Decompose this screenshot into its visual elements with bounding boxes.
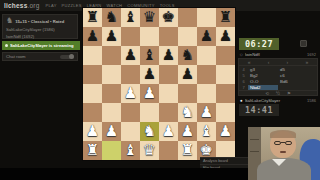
- move-white-7[interactable]: Nbd2: [248, 85, 278, 90]
- white-pawn-g3: ♟: [197, 103, 216, 122]
- white-clock: 14:41: [239, 104, 279, 116]
- white-player-rating: 1586: [307, 98, 316, 103]
- move-actions-bar: ⟲½⚑: [239, 90, 317, 96]
- square-e2[interactable]: ♟: [159, 122, 178, 141]
- black-player-row: ● IwinNdfl 1692: [238, 51, 318, 57]
- square-g2[interactable]: ♝: [197, 122, 216, 141]
- move-number: 7: [239, 85, 248, 90]
- move-black-6[interactable]: Bd6: [278, 79, 308, 84]
- chat-toggle[interactable]: [60, 55, 74, 59]
- square-g4[interactable]: [197, 84, 216, 103]
- square-c6[interactable]: ♟: [121, 46, 140, 65]
- black-pawn-c6: ♟: [121, 46, 140, 65]
- square-b5[interactable]: [102, 65, 121, 84]
- draw-offer-icon[interactable]: ½: [276, 91, 280, 96]
- square-d4[interactable]: ♟: [140, 84, 159, 103]
- black-player-name[interactable]: IwinNdfl: [245, 52, 305, 57]
- white-knight-f3: ♞: [178, 103, 197, 122]
- square-c7[interactable]: [121, 27, 140, 46]
- square-e6[interactable]: ♟: [159, 46, 178, 65]
- black-color-icon: ●: [240, 52, 243, 57]
- move-number: 5: [239, 73, 248, 78]
- move-number: 4: [239, 67, 248, 72]
- black-rook-h8: ♜: [216, 8, 235, 27]
- white-pawn-h2: ♟: [216, 122, 235, 141]
- square-f6[interactable]: ♞: [178, 46, 197, 65]
- square-a4[interactable]: [83, 84, 102, 103]
- black-player-rating: 1692: [307, 52, 316, 57]
- black-rook-a8: ♜: [83, 8, 102, 27]
- clock-settings-icon[interactable]: [300, 40, 307, 47]
- lichess-logo[interactable]: lichess.org: [4, 2, 39, 9]
- move-row-6: 6O-OBd6: [239, 78, 317, 84]
- square-h6[interactable]: [216, 46, 235, 65]
- black-pawn-a7: ♟: [83, 27, 102, 46]
- resign-icon[interactable]: ⚑: [287, 91, 291, 96]
- move-white-5[interactable]: Bg2: [248, 73, 278, 78]
- square-c3[interactable]: [121, 103, 140, 122]
- square-d6[interactable]: ♝: [140, 46, 159, 65]
- black-king-e8: ♚: [159, 8, 178, 27]
- nav-item-play[interactable]: Play: [45, 3, 56, 8]
- square-a2[interactable]: ♟: [83, 122, 102, 141]
- black-bishop-d6: ♝: [140, 46, 159, 65]
- black-knight-b8: ♞: [102, 8, 121, 27]
- square-g3[interactable]: ♟: [197, 103, 216, 122]
- stream-banner-text: SaltLakeCitySlayer is streaming: [10, 43, 74, 48]
- square-f4[interactable]: [178, 84, 197, 103]
- black-bishop-c8: ♝: [121, 8, 140, 27]
- square-f5[interactable]: ♟: [178, 65, 197, 84]
- square-b1[interactable]: [102, 141, 121, 160]
- game-info-box: ♞ 15+15 • Classical • Rated SaltLakeCity…: [2, 14, 78, 39]
- square-b8[interactable]: ♞: [102, 8, 121, 27]
- underboard-label: Analysis board: [203, 159, 228, 163]
- black-pawn-d5: ♟: [140, 65, 159, 84]
- black-pawn-g7: ♟: [197, 27, 216, 46]
- bottom-strip: [0, 168, 248, 180]
- square-h4[interactable]: [216, 84, 235, 103]
- square-d8[interactable]: ♛: [140, 8, 159, 27]
- move-white-6[interactable]: O-O: [248, 79, 278, 84]
- white-bishop-g2: ♝: [197, 122, 216, 141]
- square-a8[interactable]: ♜: [83, 8, 102, 27]
- white-pawn-a2: ♟: [83, 122, 102, 141]
- square-h2[interactable]: ♟: [216, 122, 235, 141]
- white-pawn-d4: ♟: [140, 84, 159, 103]
- knight-icon: ♞: [6, 17, 13, 25]
- square-b7[interactable]: ♟: [102, 27, 121, 46]
- black-pawn-f5: ♟: [178, 65, 197, 84]
- square-b4[interactable]: [102, 84, 121, 103]
- square-c4[interactable]: ♟: [121, 84, 140, 103]
- first-move-icon[interactable]: «: [248, 59, 251, 65]
- move-row-4: 4g3d5: [239, 66, 317, 72]
- square-g5[interactable]: [197, 65, 216, 84]
- white-player-name[interactable]: SaltLakeCitySlayer: [245, 98, 305, 103]
- logo-text: lichess: [4, 2, 27, 9]
- square-e4[interactable]: [159, 84, 178, 103]
- chat-room-title: Chat room: [6, 54, 26, 59]
- square-c2[interactable]: [121, 122, 140, 141]
- white-queen-d1: ♛: [140, 141, 159, 160]
- move-number: 6: [239, 79, 248, 84]
- last-move-icon[interactable]: »: [306, 59, 309, 65]
- square-c1[interactable]: ♝: [121, 141, 140, 160]
- square-b6[interactable]: [102, 46, 121, 65]
- square-a1[interactable]: ♜: [83, 141, 102, 160]
- square-e1[interactable]: [159, 141, 178, 160]
- streamer-glasses: [273, 141, 293, 145]
- square-a5[interactable]: [83, 65, 102, 84]
- streamer-sweater: [257, 158, 311, 180]
- square-a6[interactable]: [83, 46, 102, 65]
- square-h8[interactable]: ♜: [216, 8, 235, 27]
- chess-board[interactable]: ♜♞♝♛♚♜♟♟♟♟♟♝♟♞♟♟♟♟♞♟♟♟♞♟♟♝♟♜♝♛♜♚: [83, 8, 235, 160]
- square-a3[interactable]: [83, 103, 102, 122]
- square-f7[interactable]: [178, 27, 197, 46]
- stream-banner[interactable]: SaltLakeCitySlayer is streaming: [2, 41, 80, 50]
- black-knight-f6: ♞: [178, 46, 197, 65]
- streamer-mouth: [280, 151, 286, 153]
- square-e7[interactable]: [159, 27, 178, 46]
- black-queen-d8: ♛: [140, 8, 159, 27]
- chat-room-header: Chat room: [2, 52, 78, 61]
- move-black-5[interactable]: c6: [278, 73, 308, 78]
- black-pawn-e6: ♟: [159, 46, 178, 65]
- square-g6[interactable]: [197, 46, 216, 65]
- white-pawn-f2: ♟: [178, 122, 197, 141]
- white-pawn-c4: ♟: [121, 84, 140, 103]
- game-meta: 15+15 • Classical • Rated: [15, 19, 64, 24]
- move-nav-bar: «‹›»: [239, 59, 317, 66]
- square-g8[interactable]: [197, 8, 216, 27]
- move-list-box: «‹›» 4g3d55Bg2c66O-OBd67Nbd2 ⟲½⚑: [238, 58, 318, 96]
- square-g7[interactable]: ♟: [197, 27, 216, 46]
- next-move-icon[interactable]: ›: [287, 59, 289, 65]
- square-h3[interactable]: [216, 103, 235, 122]
- square-e8[interactable]: ♚: [159, 8, 178, 27]
- square-f2[interactable]: ♟: [178, 122, 197, 141]
- logo-suffix: .org: [27, 2, 39, 9]
- move-row-5: 5Bg2c6: [239, 72, 317, 78]
- live-dot-icon: [5, 44, 8, 47]
- black-pawn-b7: ♟: [102, 27, 121, 46]
- square-d3[interactable]: [140, 103, 159, 122]
- takeback-icon[interactable]: ⟲: [265, 91, 269, 96]
- white-pawn-e2: ♟: [159, 122, 178, 141]
- square-a7[interactable]: ♟: [83, 27, 102, 46]
- black-player-line[interactable]: IwinNdfl (1692): [6, 34, 74, 39]
- square-c5[interactable]: [121, 65, 140, 84]
- white-color-icon: ●: [240, 98, 243, 103]
- white-rook-a1: ♜: [83, 141, 102, 160]
- square-c8[interactable]: ♝: [121, 8, 140, 27]
- black-clock: 06:27: [239, 38, 279, 50]
- white-player-row: ● SaltLakeCitySlayer 1586: [238, 97, 318, 103]
- square-d1[interactable]: ♛: [140, 141, 159, 160]
- square-b3[interactable]: [102, 103, 121, 122]
- white-player-line[interactable]: SaltLakeCitySlayer (1586): [6, 27, 74, 32]
- prev-move-icon[interactable]: ‹: [268, 59, 270, 65]
- square-d2[interactable]: ♞: [140, 122, 159, 141]
- square-h5[interactable]: [216, 65, 235, 84]
- nav-item-puzzles[interactable]: Puzzles: [62, 3, 82, 8]
- black-pawn-h7: ♟: [216, 27, 235, 46]
- square-e3[interactable]: [159, 103, 178, 122]
- square-e5[interactable]: [159, 65, 178, 84]
- white-knight-d2: ♞: [140, 122, 159, 141]
- square-d5[interactable]: ♟: [140, 65, 159, 84]
- white-rook-f1: ♜: [178, 141, 197, 160]
- white-pawn-b2: ♟: [102, 122, 121, 141]
- square-h7[interactable]: ♟: [216, 27, 235, 46]
- white-bishop-c1: ♝: [121, 141, 140, 160]
- square-f3[interactable]: ♞: [178, 103, 197, 122]
- square-f8[interactable]: [178, 8, 197, 27]
- streamer-hair: [270, 130, 296, 138]
- move-list: 4g3d55Bg2c66O-OBd67Nbd2: [239, 66, 317, 90]
- move-black-4[interactable]: d5: [278, 67, 308, 72]
- streamer-webcam: [248, 127, 320, 180]
- square-d7[interactable]: [140, 27, 159, 46]
- square-f1[interactable]: ♜: [178, 141, 197, 160]
- move-white-4[interactable]: g3: [248, 67, 278, 72]
- square-b2[interactable]: ♟: [102, 122, 121, 141]
